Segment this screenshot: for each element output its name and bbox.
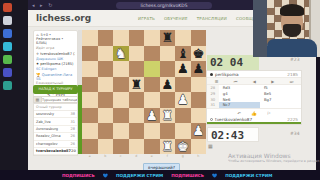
square-b3[interactable] [98,108,114,124]
black-rook[interactable]: ♜ [130,77,142,93]
tab-game-icon[interactable]: ▦ [33,96,42,103]
move-action-icon[interactable]: 👍 [251,111,257,116]
standings-score: 31 [71,120,75,124]
coord-d: d [129,154,145,158]
ticker-item: 💙 [212,173,217,178]
square-d2[interactable] [129,123,145,139]
square-e4[interactable] [144,92,160,108]
white-rook[interactable]: ♜ [161,139,173,155]
white-pawn[interactable]: ♟ [177,92,189,108]
square-b7[interactable] [98,46,114,62]
square-c5[interactable] [113,77,129,93]
game-status: Идёт игра [36,46,75,50]
standings-row[interactable]: Rozalov_Olma26 [34,133,77,140]
coord-c: c [113,154,129,158]
square-g6[interactable]: ♟ [175,61,191,77]
move-nav-icon[interactable]: ⏭ [290,79,294,84]
square-h4[interactable] [191,92,207,108]
standings-player: chernogolov [36,142,58,146]
standings-header: Очный турнир [34,104,77,111]
ticker-item: ПОДДЕРЖИ СТРИМ [225,173,272,178]
square-f2[interactable] [160,123,176,139]
standings-row[interactable]: Zab_live31 [34,118,77,125]
square-e1[interactable] [144,139,160,155]
move-action-icon[interactable]: ↶ [237,111,241,116]
square-f5[interactable]: ♟ [160,77,176,93]
square-e3[interactable]: ♟ [144,108,160,124]
ticker-item: ПОДПИШИСЬ [62,173,95,178]
android-icon[interactable] [3,55,12,64]
square-d5[interactable]: ♜ [129,77,145,93]
ticker-item: 💙 [103,173,108,178]
standings-player: sosnovsky [36,112,54,116]
coord-h: h [191,154,207,158]
browser-icon[interactable] [3,3,12,12]
standings-player: Zab_live [36,120,51,124]
square-d8[interactable] [129,30,145,46]
rank-badge-top: #23 [290,57,300,62]
white-player-name: tverskovalenko87 [215,117,252,122]
square-d6[interactable] [129,61,145,77]
app-teal-icon[interactable] [3,81,12,90]
square-b4[interactable] [98,92,114,108]
cam-shadow [253,0,267,57]
white-knight[interactable]: ♞ [115,46,127,62]
square-h3[interactable] [191,108,207,124]
standings-score: 28 [71,127,75,131]
square-d4[interactable] [129,92,145,108]
square-h6[interactable]: ♟ [191,61,207,77]
player-bar-black[interactable]: perlikpoma 2185 [207,71,301,78]
clock-white: 02:43 [207,127,259,142]
move-number: 31 [207,102,219,108]
square-f3[interactable]: ♜ [160,108,176,124]
square-a5[interactable] [82,77,98,93]
standings-panel: Очный турнир sosnovsky38Zab_live31Avrone… [33,103,78,156]
rank-badge-bottom: #34 [290,131,300,136]
board-file-coords: abcdefgh [82,154,206,158]
square-e8[interactable] [144,30,160,46]
square-f1[interactable]: ♜ [160,139,176,155]
standings-player: Rozalov_Olma [36,134,61,138]
black-player-name: perlikpoma [215,72,239,77]
move-white[interactable]: Nc7 [219,102,260,108]
windows-activation-watermark: Активация Windows Чтобы активировать Win… [228,152,320,163]
clock-black-active: 02 04 [207,55,259,70]
square-g4[interactable]: ♟ [175,92,191,108]
square-d7[interactable] [129,46,145,62]
coord-e: e [144,154,160,158]
streamer-hair [280,4,304,16]
white-pawn[interactable]: ♟ [146,108,158,124]
black-king[interactable]: ♚ [192,46,204,62]
white-rook[interactable]: ♜ [161,108,173,124]
moves-card: perlikpoma 2185 ☰⏮◀▶⏭ 28Rd3f529g4Be530Ne… [206,70,302,125]
square-b5[interactable] [98,77,114,93]
square-e5[interactable] [144,77,160,93]
move-nav-icon[interactable]: ☰ [215,79,219,84]
board-menu-icon[interactable]: ▦ [208,143,213,149]
move-nav-icon[interactable]: ◀ [253,79,256,84]
coord-a: a [82,154,98,158]
square-a8[interactable] [82,30,98,46]
white-player-line[interactable]: ⚪ tverskovalenko87 (2225) [36,52,75,56]
square-c7[interactable]: ♞ [113,46,129,62]
black-pawn[interactable]: ♟ [177,61,189,77]
game-meta: ♨ 5+0 • Рейтинговая • БЛИЦ [36,33,75,45]
tab-standings[interactable]: Турнирная таблица [42,96,78,103]
standings-row[interactable]: chernogolov26 [34,141,77,148]
square-h1[interactable] [191,139,207,155]
black-pawn[interactable]: ♟ [192,61,204,77]
square-g2[interactable] [175,123,191,139]
square-a7[interactable] [82,46,98,62]
browser-nav-icons[interactable]: ◂ ▸ ↻ [32,2,54,8]
os-taskbar [0,0,28,180]
url-bar[interactable]: lichess.org/nIkvoKD5 [116,2,212,9]
standings-row[interactable]: Avronesburg28 [34,126,77,133]
move-nav-icon[interactable]: ⏮ [234,79,238,84]
streamer-torso [267,39,317,57]
stream-ticker-banner: ПОДПИШИСЬ💙ПОДДЕРЖИ СТРИМПОДПИШИСЬ💙ПОДДЕР… [0,170,320,180]
square-d1[interactable] [129,139,145,155]
side-tabs: ▦ Турнирная таблица [33,96,78,103]
square-b6[interactable] [98,61,114,77]
app-blue-icon[interactable] [3,29,12,38]
square-a6[interactable] [82,61,98,77]
square-f7[interactable] [160,46,176,62]
tournament-link[interactable]: 🏆 Quarantine-Лига 5Б [36,73,75,81]
streamer-beard [283,24,301,37]
square-h8[interactable] [191,30,207,46]
standings-row[interactable]: sosnovsky38 [34,111,77,118]
nav-item-играть[interactable]: ИГРАТЬ [138,16,155,21]
square-c2[interactable] [113,123,129,139]
square-d3[interactable] [129,108,145,124]
streamer-webcam [253,0,320,57]
lichess-logo[interactable]: lichess.org [36,13,91,23]
square-f8[interactable]: ♜ [160,30,176,46]
square-a2[interactable] [82,123,98,139]
move-action-icon[interactable]: ⚐ [267,111,271,116]
move-list: 28Rd3f529g4Be530Ne6Bg731Nc7 [207,85,301,108]
black-rook[interactable]: ♜ [161,30,173,46]
move-black[interactable] [260,102,301,108]
player-bar-white[interactable]: tverskovalenko87 2225 [207,117,301,124]
standings-score: 38 [71,112,75,116]
nav-item-обучение[interactable]: ОБУЧЕНИЕ [164,16,188,21]
square-a1[interactable] [82,139,98,155]
square-c4[interactable] [113,92,129,108]
app-cyan-icon[interactable] [3,42,12,51]
white-pawn[interactable]: ♟ [192,123,204,139]
ticker-item: ПОДПИШИСЬ [171,173,204,178]
standings-score: 26 [71,134,75,138]
white-color-dot [210,118,213,121]
square-g7[interactable]: ♝ [175,46,191,62]
square-h7[interactable]: ♚ [191,46,207,62]
square-h2[interactable]: ♟ [191,123,207,139]
coord-f: f [160,154,176,158]
square-g5[interactable] [175,77,191,93]
standings-player: Avronesburg [36,127,58,131]
move-actions: ↶👍⚐ [207,108,301,117]
square-c8[interactable] [113,30,129,46]
black-pawn[interactable]: ♟ [161,77,173,93]
move-nav-bar: ☰⏮◀▶⏭ [207,78,301,85]
coord-g: g [175,154,191,158]
nav-item-трансляции[interactable]: ТРАНСЛЯЦИИ [197,16,227,21]
standings-score: 26 [71,142,75,146]
app-indigo-icon[interactable] [3,68,12,77]
black-bishop[interactable]: ♝ [177,46,189,62]
back-to-tournament-button[interactable]: НАЗАД К ТУРНИРУ [33,85,78,94]
desktop-screen: ◂ ▸ ↻ lichess.org/nIkvoKD5 lichess.org И… [0,0,320,180]
square-c6[interactable] [113,61,129,77]
standings-player: tverskovalenko87 [36,149,71,153]
coord-b: b [98,154,114,158]
black-player-rating: 2185 [287,72,298,77]
square-b1[interactable] [98,139,114,155]
standings-row[interactable]: tverskovalenko8720 [34,148,77,155]
white-king[interactable]: ♚ [177,139,189,155]
black-team-link[interactable]: SC Eidingen [36,67,75,71]
standings-score: 20 [71,149,76,153]
square-f4[interactable] [160,92,176,108]
square-f6[interactable] [160,61,176,77]
square-h5[interactable] [191,77,207,93]
square-e6[interactable] [144,61,160,77]
white-player-rating: 2225 [287,117,298,122]
white-team-link[interactable]: Дзержинск ШК [36,57,75,61]
black-color-dot [210,73,213,76]
square-b8[interactable] [98,30,114,46]
move-row: 31Nc7 [207,102,301,108]
files-icon[interactable] [3,16,12,25]
move-nav-icon[interactable]: ▶ [271,79,274,84]
black-player-line[interactable]: ⚫ perlikpoma (2185) [36,62,75,66]
square-g1[interactable]: ♚ [175,139,191,155]
square-e7[interactable] [144,46,160,62]
square-a4[interactable] [82,92,98,108]
square-b2[interactable] [98,123,114,139]
square-a3[interactable] [82,108,98,124]
chess-board: ♜♞♝♚♟♟♜♟♟♟♜♟♜♚ [82,30,206,154]
ticker-item: ПОДДЕРЖИ СТРИМ [116,173,163,178]
square-c3[interactable] [113,108,129,124]
square-c1[interactable] [113,139,129,155]
square-e2[interactable] [144,123,160,139]
square-g3[interactable] [175,108,191,124]
square-g8[interactable] [175,30,191,46]
